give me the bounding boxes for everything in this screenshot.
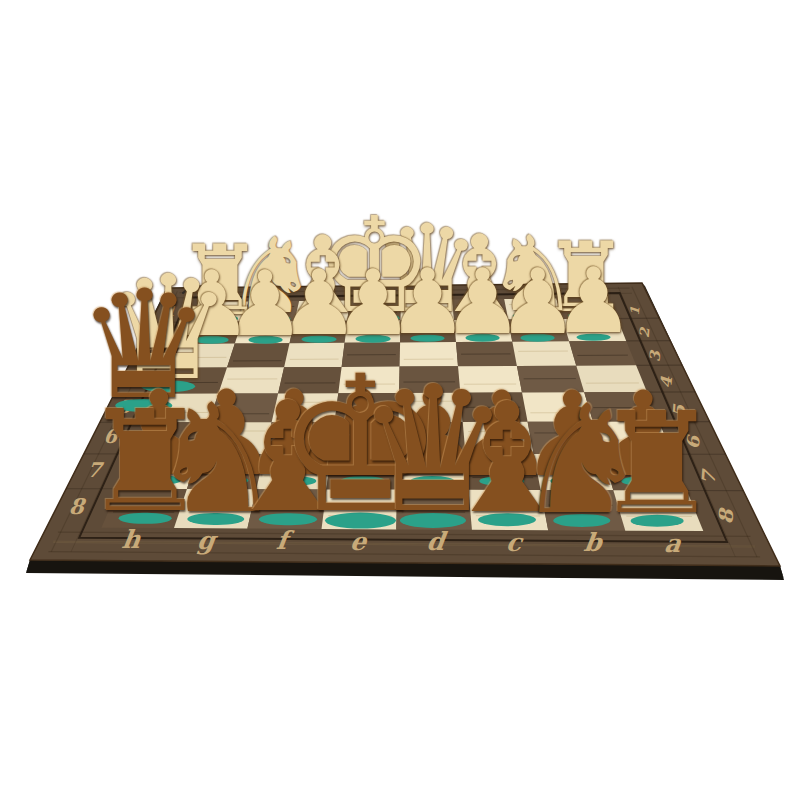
square-f8 bbox=[247, 489, 326, 529]
square-g8 bbox=[174, 489, 256, 529]
square-b2 bbox=[508, 319, 569, 342]
square-d1 bbox=[401, 300, 455, 321]
square-h3 bbox=[170, 344, 235, 368]
square-b6 bbox=[528, 422, 603, 455]
square-h1 bbox=[190, 301, 249, 322]
square-d4 bbox=[399, 366, 460, 393]
square-a5 bbox=[584, 392, 659, 422]
square-a4 bbox=[576, 365, 647, 392]
square-f5 bbox=[272, 393, 339, 422]
square-e2 bbox=[345, 320, 401, 343]
square-b8 bbox=[541, 490, 626, 531]
rank-label-left-1: 1 bbox=[165, 303, 176, 319]
square-d8 bbox=[396, 490, 472, 530]
square-g3 bbox=[227, 343, 290, 367]
square-c4 bbox=[458, 366, 522, 393]
square-h5 bbox=[147, 394, 219, 423]
square-c2 bbox=[454, 320, 512, 343]
square-b3 bbox=[512, 341, 576, 366]
square-g4 bbox=[218, 367, 284, 393]
rank-label-right-1: 1 bbox=[628, 306, 643, 316]
square-e7 bbox=[326, 454, 397, 490]
square-b1 bbox=[504, 299, 562, 320]
chessboard: hgfedcba1234567812345678 bbox=[0, 0, 800, 800]
square-a7 bbox=[603, 454, 687, 490]
square-b7 bbox=[534, 454, 614, 490]
square-a3 bbox=[569, 341, 636, 366]
square-f1 bbox=[295, 301, 350, 322]
square-g5 bbox=[209, 393, 278, 422]
rank-label-right-5: 5 bbox=[669, 403, 689, 418]
square-c6 bbox=[463, 422, 534, 454]
square-c1 bbox=[452, 299, 508, 320]
square-f6 bbox=[264, 422, 334, 454]
square-h2 bbox=[181, 322, 243, 344]
rank-label-right-4: 4 bbox=[657, 375, 676, 389]
square-c7 bbox=[466, 454, 541, 490]
square-g6 bbox=[199, 422, 272, 454]
square-a6 bbox=[593, 422, 672, 455]
square-f4 bbox=[278, 367, 342, 394]
square-d5 bbox=[399, 393, 463, 422]
square-a2 bbox=[562, 319, 626, 342]
square-f7 bbox=[256, 454, 331, 490]
square-e5 bbox=[335, 393, 399, 422]
square-h4 bbox=[159, 367, 227, 393]
square-a1 bbox=[556, 298, 617, 319]
square-g1 bbox=[242, 301, 299, 322]
square-g7 bbox=[187, 454, 264, 489]
chess-set-photo: hgfedcba1234567812345678 ♜♞♝♛♚♝♞♜♟♟♟♟♟♟♟… bbox=[0, 0, 800, 800]
square-d7 bbox=[397, 454, 468, 490]
square-f3 bbox=[284, 343, 345, 367]
square-c8 bbox=[469, 490, 549, 531]
square-e1 bbox=[347, 300, 401, 321]
square-e4 bbox=[338, 367, 399, 394]
square-b5 bbox=[522, 392, 593, 422]
square-e8 bbox=[322, 489, 398, 529]
square-d3 bbox=[400, 342, 458, 367]
square-d2 bbox=[400, 320, 456, 343]
square-e6 bbox=[331, 422, 399, 454]
